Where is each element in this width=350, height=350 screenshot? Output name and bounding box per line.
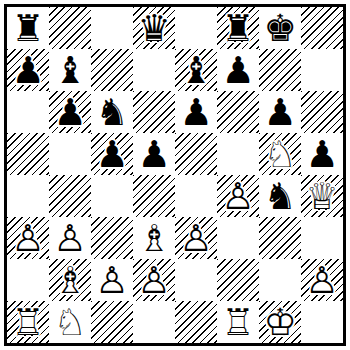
square-d2[interactable]: ♟♙ xyxy=(133,259,175,301)
square-h6[interactable] xyxy=(301,91,343,133)
piece-white-rook: ♖ xyxy=(217,301,259,343)
piece-halo: ♞ xyxy=(49,301,91,343)
square-g1[interactable]: ♚♔ xyxy=(259,301,301,343)
square-h8[interactable] xyxy=(301,7,343,49)
square-b4[interactable] xyxy=(49,175,91,217)
piece-halo: ♟ xyxy=(7,217,49,259)
square-a4[interactable] xyxy=(7,175,49,217)
piece-white-queen: ♕ xyxy=(301,175,343,217)
square-e8[interactable] xyxy=(175,7,217,49)
piece-black-rook: ♜ xyxy=(217,7,259,49)
square-a6[interactable] xyxy=(7,91,49,133)
piece-white-pawn: ♙ xyxy=(301,259,343,301)
piece-black-rook: ♜ xyxy=(7,7,49,49)
square-a1[interactable]: ♜♖ xyxy=(7,301,49,343)
piece-halo: ♛ xyxy=(301,175,343,217)
square-c7[interactable] xyxy=(91,49,133,91)
square-a2[interactable] xyxy=(7,259,49,301)
piece-white-pawn: ♙ xyxy=(217,175,259,217)
piece-white-knight: ♘ xyxy=(259,133,301,175)
square-c5[interactable]: ♟♟ xyxy=(91,133,133,175)
square-h4[interactable]: ♛♕ xyxy=(301,175,343,217)
piece-black-pawn: ♟ xyxy=(301,133,343,175)
piece-halo: ♟ xyxy=(175,217,217,259)
piece-white-pawn: ♙ xyxy=(91,259,133,301)
square-d5[interactable]: ♟♟ xyxy=(133,133,175,175)
square-h3[interactable] xyxy=(301,217,343,259)
square-b6[interactable]: ♟♟ xyxy=(49,91,91,133)
square-d6[interactable] xyxy=(133,91,175,133)
piece-halo: ♜ xyxy=(217,301,259,343)
square-g3[interactable] xyxy=(259,217,301,259)
piece-black-bishop: ♝ xyxy=(49,49,91,91)
piece-black-pawn: ♟ xyxy=(91,133,133,175)
piece-halo: ♟ xyxy=(217,49,259,91)
square-b1[interactable]: ♞♘ xyxy=(49,301,91,343)
piece-black-pawn: ♟ xyxy=(259,91,301,133)
square-e2[interactable] xyxy=(175,259,217,301)
square-b8[interactable] xyxy=(49,7,91,49)
piece-white-knight: ♘ xyxy=(49,301,91,343)
square-b2[interactable]: ♝♗ xyxy=(49,259,91,301)
square-g5[interactable]: ♞♘ xyxy=(259,133,301,175)
piece-halo: ♟ xyxy=(217,175,259,217)
square-f1[interactable]: ♜♖ xyxy=(217,301,259,343)
piece-halo: ♚ xyxy=(259,7,301,49)
piece-black-queen: ♛ xyxy=(133,7,175,49)
piece-halo: ♞ xyxy=(259,175,301,217)
square-e4[interactable] xyxy=(175,175,217,217)
square-c6[interactable]: ♞♞ xyxy=(91,91,133,133)
piece-halo: ♛ xyxy=(133,7,175,49)
piece-halo: ♝ xyxy=(49,49,91,91)
piece-halo: ♟ xyxy=(301,133,343,175)
square-f5[interactable] xyxy=(217,133,259,175)
piece-halo: ♜ xyxy=(7,301,49,343)
square-c4[interactable] xyxy=(91,175,133,217)
piece-black-pawn: ♟ xyxy=(49,91,91,133)
square-d1[interactable] xyxy=(133,301,175,343)
square-h2[interactable]: ♟♙ xyxy=(301,259,343,301)
square-d8[interactable]: ♛♛ xyxy=(133,7,175,49)
square-d3[interactable]: ♝♗ xyxy=(133,217,175,259)
piece-black-bishop: ♝ xyxy=(175,49,217,91)
piece-halo: ♟ xyxy=(91,133,133,175)
square-a8[interactable]: ♜♜ xyxy=(7,7,49,49)
piece-halo: ♜ xyxy=(7,7,49,49)
piece-black-knight: ♞ xyxy=(91,91,133,133)
piece-white-pawn: ♙ xyxy=(175,217,217,259)
square-c8[interactable] xyxy=(91,7,133,49)
piece-white-bishop: ♗ xyxy=(133,217,175,259)
square-f2[interactable] xyxy=(217,259,259,301)
square-e3[interactable]: ♟♙ xyxy=(175,217,217,259)
piece-black-pawn: ♟ xyxy=(217,49,259,91)
square-g7[interactable] xyxy=(259,49,301,91)
square-d7[interactable] xyxy=(133,49,175,91)
square-b3[interactable]: ♟♙ xyxy=(49,217,91,259)
square-h1[interactable] xyxy=(301,301,343,343)
piece-black-pawn: ♟ xyxy=(175,91,217,133)
square-a3[interactable]: ♟♙ xyxy=(7,217,49,259)
piece-halo: ♞ xyxy=(91,91,133,133)
square-b5[interactable] xyxy=(49,133,91,175)
piece-white-pawn: ♙ xyxy=(49,217,91,259)
square-f3[interactable] xyxy=(217,217,259,259)
board-frame: ♜♜♛♛♜♜♚♚♟♟♝♝♝♝♟♟♟♟♞♞♟♟♟♟♟♟♟♟♞♘♟♟♟♙♞♞♛♕♟♙… xyxy=(4,4,346,346)
square-h5[interactable]: ♟♟ xyxy=(301,133,343,175)
piece-white-pawn: ♙ xyxy=(7,217,49,259)
piece-black-knight: ♞ xyxy=(259,175,301,217)
square-a5[interactable] xyxy=(7,133,49,175)
piece-white-bishop: ♗ xyxy=(49,259,91,301)
square-b7[interactable]: ♝♝ xyxy=(49,49,91,91)
square-g8[interactable]: ♚♚ xyxy=(259,7,301,49)
chess-diagram: ♜♜♛♛♜♜♚♚♟♟♝♝♝♝♟♟♟♟♞♞♟♟♟♟♟♟♟♟♞♘♟♟♟♙♞♞♛♕♟♙… xyxy=(0,0,350,350)
square-f4[interactable]: ♟♙ xyxy=(217,175,259,217)
piece-halo: ♟ xyxy=(49,217,91,259)
piece-halo: ♟ xyxy=(133,133,175,175)
piece-black-pawn: ♟ xyxy=(133,133,175,175)
square-f7[interactable]: ♟♟ xyxy=(217,49,259,91)
square-g2[interactable] xyxy=(259,259,301,301)
piece-halo: ♟ xyxy=(175,91,217,133)
piece-halo: ♟ xyxy=(133,259,175,301)
square-c3[interactable] xyxy=(91,217,133,259)
piece-halo: ♚ xyxy=(259,301,301,343)
piece-halo: ♟ xyxy=(259,91,301,133)
piece-white-pawn: ♙ xyxy=(133,259,175,301)
piece-white-king: ♔ xyxy=(259,301,301,343)
square-e1[interactable] xyxy=(175,301,217,343)
piece-halo: ♝ xyxy=(133,217,175,259)
square-f6[interactable] xyxy=(217,91,259,133)
square-g6[interactable]: ♟♟ xyxy=(259,91,301,133)
piece-halo: ♟ xyxy=(7,49,49,91)
piece-black-pawn: ♟ xyxy=(7,49,49,91)
piece-white-rook: ♖ xyxy=(7,301,49,343)
piece-halo: ♟ xyxy=(91,259,133,301)
piece-halo: ♝ xyxy=(49,259,91,301)
piece-halo: ♜ xyxy=(217,7,259,49)
square-d4[interactable] xyxy=(133,175,175,217)
piece-halo: ♟ xyxy=(301,259,343,301)
chess-board: ♜♜♛♛♜♜♚♚♟♟♝♝♝♝♟♟♟♟♞♞♟♟♟♟♟♟♟♟♞♘♟♟♟♙♞♞♛♕♟♙… xyxy=(7,7,343,343)
square-e5[interactable] xyxy=(175,133,217,175)
square-e7[interactable]: ♝♝ xyxy=(175,49,217,91)
square-g4[interactable]: ♞♞ xyxy=(259,175,301,217)
piece-halo: ♞ xyxy=(259,133,301,175)
square-h7[interactable] xyxy=(301,49,343,91)
piece-halo: ♝ xyxy=(175,49,217,91)
square-c2[interactable]: ♟♙ xyxy=(91,259,133,301)
piece-black-king: ♚ xyxy=(259,7,301,49)
piece-halo: ♟ xyxy=(49,91,91,133)
square-f8[interactable]: ♜♜ xyxy=(217,7,259,49)
square-c1[interactable] xyxy=(91,301,133,343)
square-e6[interactable]: ♟♟ xyxy=(175,91,217,133)
square-a7[interactable]: ♟♟ xyxy=(7,49,49,91)
